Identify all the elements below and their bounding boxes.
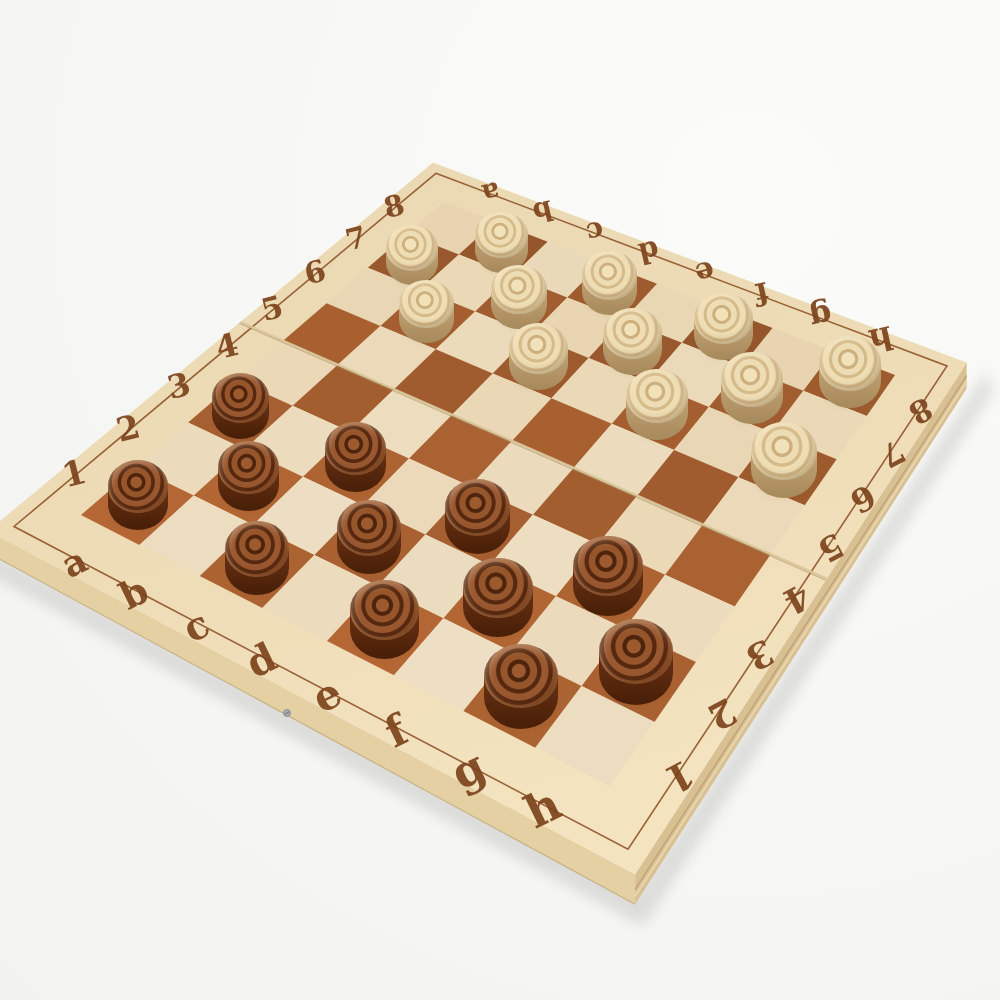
piece-top-face — [582, 251, 638, 300]
piece-top-face — [399, 280, 454, 328]
piece-top-face — [599, 619, 673, 684]
piece-dark-c1[interactable] — [225, 521, 289, 602]
piece-top-face — [108, 460, 168, 513]
piece-top-face — [212, 373, 270, 423]
piece-light-h8[interactable] — [819, 336, 882, 414]
piece-top-face — [386, 225, 439, 271]
piece-dark-e1[interactable] — [350, 580, 419, 666]
piece-top-face — [626, 369, 688, 423]
piece-top-face — [819, 336, 882, 391]
piece-dark-g3[interactable] — [573, 536, 643, 623]
piece-top-face — [350, 580, 419, 640]
piece-dark-g1[interactable] — [484, 644, 558, 737]
piece-light-g7[interactable] — [721, 352, 783, 430]
piece-light-h6[interactable] — [751, 422, 817, 505]
board-photo: 87654321abcdefghabcdefgh87654321 — [0, 0, 1000, 1000]
piece-top-face — [694, 293, 753, 344]
piece-top-face — [751, 422, 817, 479]
piece-dark-c3[interactable] — [325, 422, 386, 498]
piece-top-face — [225, 521, 289, 577]
piece-dark-a1[interactable] — [108, 460, 168, 535]
piece-dark-h2[interactable] — [599, 619, 673, 712]
piece-light-d6[interactable] — [509, 323, 568, 396]
piece-top-face — [509, 323, 568, 374]
piece-light-f6[interactable] — [626, 369, 688, 447]
piece-top-face — [721, 352, 783, 406]
piece-top-face — [218, 441, 279, 494]
piece-top-face — [445, 479, 510, 536]
piece-dark-f2[interactable] — [463, 558, 532, 645]
piece-dark-d2[interactable] — [337, 500, 402, 581]
piece-dark-e3[interactable] — [445, 479, 510, 561]
piece-top-face — [337, 500, 402, 556]
piece-top-face — [573, 536, 643, 597]
piece-top-face — [475, 212, 528, 258]
piece-dark-a3[interactable] — [212, 373, 270, 445]
piece-top-face — [603, 308, 662, 359]
pieces — [0, 0, 1000, 1000]
piece-top-face — [463, 558, 532, 618]
piece-dark-b2[interactable] — [218, 441, 279, 517]
piece-light-b6[interactable] — [399, 280, 454, 349]
piece-top-face — [491, 265, 547, 313]
piece-top-face — [484, 644, 558, 708]
piece-top-face — [325, 422, 386, 475]
